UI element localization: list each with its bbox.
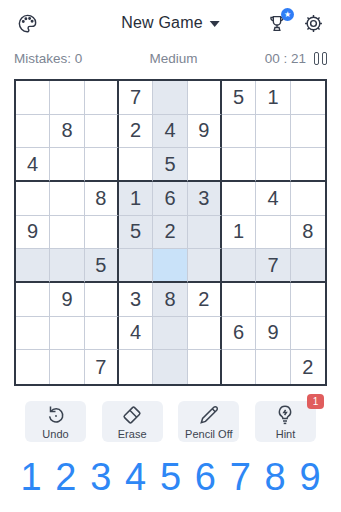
cell-r8c6[interactable] [188, 317, 222, 351]
pause-icon [314, 52, 319, 65]
sudoku-grid: 751824945816349521857938246972 [14, 79, 327, 386]
pause-icon [322, 52, 327, 65]
cell-r6c6[interactable] [188, 249, 222, 283]
toolbar: Undo Erase Pencil Off Hint 1 [0, 401, 341, 442]
cell-r7c9[interactable] [291, 283, 325, 317]
cell-r3c9[interactable] [291, 148, 325, 182]
cell-r7c4[interactable]: 3 [119, 283, 153, 317]
settings-gear-icon[interactable] [302, 12, 325, 35]
cell-r6c5[interactable] [153, 249, 187, 283]
cell-r7c7[interactable] [222, 283, 256, 317]
cell-r8c9[interactable] [291, 317, 325, 351]
cell-r1c6[interactable] [188, 81, 222, 115]
numpad-1[interactable]: 1 [17, 455, 45, 499]
pencil-toggle-button[interactable]: Pencil Off [178, 401, 239, 442]
cell-r2c2[interactable]: 8 [50, 115, 84, 149]
hint-button[interactable]: Hint 1 [255, 401, 316, 442]
cell-r2c3[interactable] [85, 115, 119, 149]
numpad-6[interactable]: 6 [191, 455, 219, 499]
undo-label: Undo [42, 428, 68, 440]
mistakes-counter: Mistakes: 0 [14, 51, 82, 66]
cell-r7c6[interactable]: 2 [188, 283, 222, 317]
chevron-down-icon [210, 21, 220, 27]
cell-r6c8[interactable]: 7 [256, 249, 290, 283]
cell-r8c3[interactable] [85, 317, 119, 351]
cell-r5c7[interactable]: 1 [222, 216, 256, 250]
cell-r9c3[interactable]: 7 [85, 350, 119, 384]
cell-r9c4[interactable] [119, 350, 153, 384]
theme-palette-icon[interactable] [16, 12, 39, 35]
cell-r7c5[interactable]: 8 [153, 283, 187, 317]
cell-r4c5[interactable]: 6 [153, 182, 187, 216]
cell-r9c9[interactable]: 2 [291, 350, 325, 384]
numpad-9[interactable]: 9 [296, 455, 324, 499]
undo-button[interactable]: Undo [25, 401, 86, 442]
cell-r1c8[interactable]: 1 [256, 81, 290, 115]
cell-r3c3[interactable] [85, 148, 119, 182]
cell-r8c8[interactable]: 9 [256, 317, 290, 351]
cell-r9c7[interactable] [222, 350, 256, 384]
cell-r6c1[interactable] [16, 249, 50, 283]
cell-r8c2[interactable] [50, 317, 84, 351]
cell-r1c1[interactable] [16, 81, 50, 115]
cell-r9c2[interactable] [50, 350, 84, 384]
cell-r5c1[interactable]: 9 [16, 216, 50, 250]
cell-r8c1[interactable] [16, 317, 50, 351]
numpad-3[interactable]: 3 [87, 455, 115, 499]
cell-r3c4[interactable] [119, 148, 153, 182]
cell-r9c1[interactable] [16, 350, 50, 384]
cell-r6c9[interactable] [291, 249, 325, 283]
cell-r4c7[interactable] [222, 182, 256, 216]
cell-r3c8[interactable] [256, 148, 290, 182]
cell-r3c2[interactable] [50, 148, 84, 182]
cell-r5c4[interactable]: 5 [119, 216, 153, 250]
pause-button[interactable] [314, 52, 327, 65]
cell-r2c1[interactable] [16, 115, 50, 149]
cell-r5c2[interactable] [50, 216, 84, 250]
numpad: 1 2 3 4 5 6 7 8 9 [0, 455, 341, 499]
cell-r2c7[interactable] [222, 115, 256, 149]
cell-r6c4[interactable] [119, 249, 153, 283]
cell-r4c9[interactable] [291, 182, 325, 216]
cell-r3c7[interactable] [222, 148, 256, 182]
cell-r7c3[interactable] [85, 283, 119, 317]
cell-r2c4[interactable]: 2 [119, 115, 153, 149]
pencil-icon [197, 403, 221, 427]
cell-r6c3[interactable]: 5 [85, 249, 119, 283]
cell-r4c2[interactable] [50, 182, 84, 216]
cell-r4c8[interactable]: 4 [256, 182, 290, 216]
timer: 00 : 21 [265, 51, 306, 66]
cell-r9c6[interactable] [188, 350, 222, 384]
hint-label: Hint [276, 428, 296, 440]
cell-r8c7[interactable]: 6 [222, 317, 256, 351]
trophy-star-badge: ★ [281, 8, 294, 21]
cell-r1c9[interactable] [291, 81, 325, 115]
cell-r3c5[interactable]: 5 [153, 148, 187, 182]
trophy-button[interactable]: ★ [266, 12, 290, 36]
undo-icon [44, 403, 68, 427]
numpad-5[interactable]: 5 [157, 455, 185, 499]
hint-bulb-icon [273, 403, 297, 427]
cell-r5c6[interactable] [188, 216, 222, 250]
cell-r1c3[interactable] [85, 81, 119, 115]
cell-r8c4[interactable]: 4 [119, 317, 153, 351]
erase-button[interactable]: Erase [102, 401, 163, 442]
cell-r9c5[interactable] [153, 350, 187, 384]
hint-count-badge: 1 [307, 394, 324, 409]
erase-label: Erase [118, 428, 147, 440]
numpad-2[interactable]: 2 [52, 455, 80, 499]
cell-r1c7[interactable]: 5 [222, 81, 256, 115]
cell-r8c5[interactable] [153, 317, 187, 351]
status-bar: Mistakes: 0 Medium 00 : 21 [0, 48, 341, 68]
page-title: New Game [121, 14, 203, 32]
cell-r5c8[interactable] [256, 216, 290, 250]
cell-r7c1[interactable] [16, 283, 50, 317]
cell-r4c4[interactable]: 1 [119, 182, 153, 216]
cell-r2c9[interactable] [291, 115, 325, 149]
cell-r4c6[interactable]: 3 [188, 182, 222, 216]
cell-r5c5[interactable]: 2 [153, 216, 187, 250]
numpad-8[interactable]: 8 [261, 455, 289, 499]
cell-r2c8[interactable] [256, 115, 290, 149]
difficulty-label: Medium [149, 51, 197, 66]
header: New Game ★ [0, 0, 341, 38]
eraser-icon [120, 403, 144, 427]
cell-r2c6[interactable]: 9 [188, 115, 222, 149]
numpad-4[interactable]: 4 [122, 455, 150, 499]
cell-r5c3[interactable] [85, 216, 119, 250]
cell-r1c2[interactable] [50, 81, 84, 115]
cell-r4c3[interactable]: 8 [85, 182, 119, 216]
cell-r3c6[interactable] [188, 148, 222, 182]
pencil-label: Pencil Off [185, 428, 233, 440]
cell-r6c2[interactable] [50, 249, 84, 283]
cell-r1c4[interactable]: 7 [119, 81, 153, 115]
cell-r7c8[interactable] [256, 283, 290, 317]
cell-r9c8[interactable] [256, 350, 290, 384]
cell-r2c5[interactable]: 4 [153, 115, 187, 149]
cell-r4c1[interactable] [16, 182, 50, 216]
cell-r5c9[interactable]: 8 [291, 216, 325, 250]
cell-r7c2[interactable]: 9 [50, 283, 84, 317]
numpad-7[interactable]: 7 [226, 455, 254, 499]
cell-r6c7[interactable] [222, 249, 256, 283]
new-game-dropdown[interactable]: New Game [121, 14, 220, 32]
cell-r1c5[interactable] [153, 81, 187, 115]
cell-r3c1[interactable]: 4 [16, 148, 50, 182]
